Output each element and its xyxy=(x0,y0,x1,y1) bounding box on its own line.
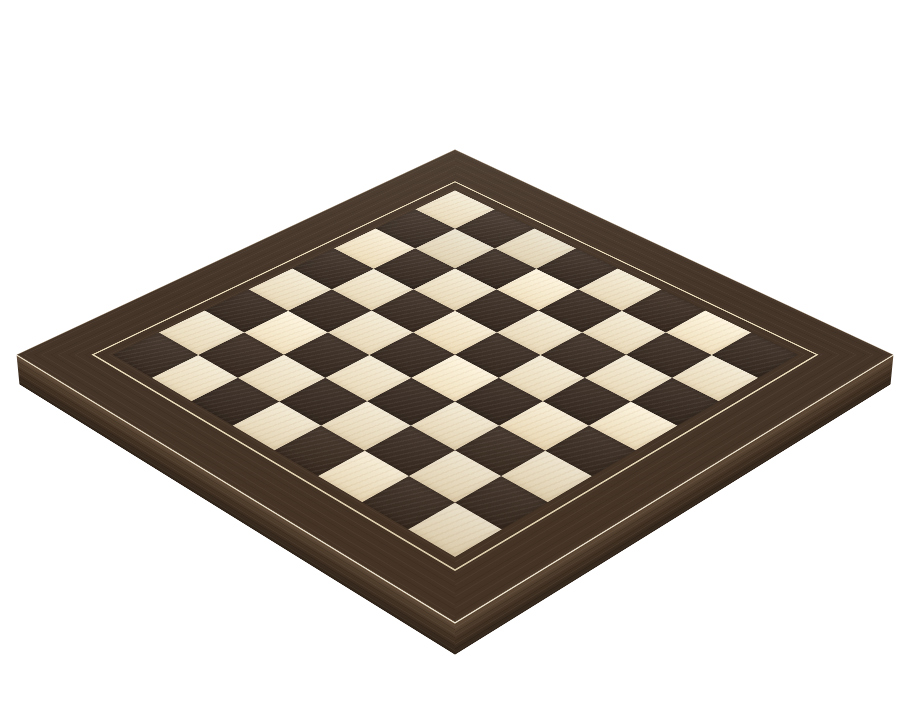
photo-canvas xyxy=(0,0,900,720)
chess-board xyxy=(17,150,894,623)
board-top-face xyxy=(17,150,894,623)
